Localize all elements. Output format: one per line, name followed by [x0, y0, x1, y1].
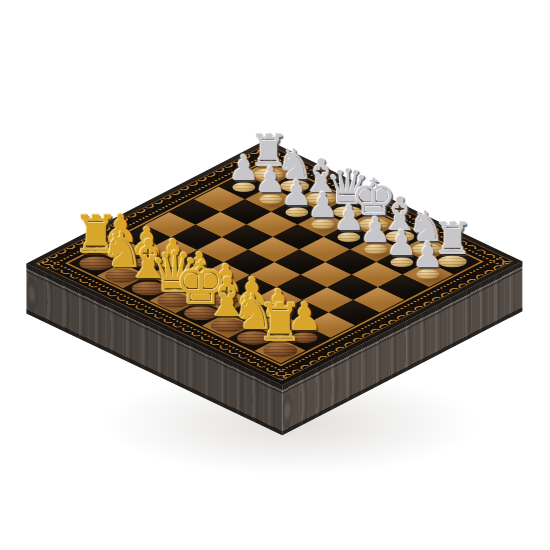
- photo-stage: ♜♞♝♛♚♝♞♜♟♟♟♟♟♟♟♟♟♟♟♟♟♟♟♟♜♞♝♛♚♝♞♜: [0, 0, 550, 550]
